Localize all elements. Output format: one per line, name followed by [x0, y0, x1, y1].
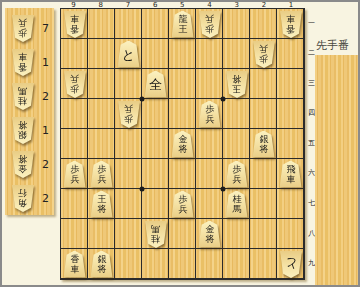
board-square-83[interactable] [88, 69, 115, 99]
sente-piece-金将-55[interactable]: 金将 [169, 129, 196, 159]
gote-hand-金将[interactable]: 金将2 [5, 147, 54, 181]
board-square-95[interactable] [61, 129, 88, 159]
star-point [140, 187, 145, 192]
sente-piece-王将-87[interactable]: 王将 [88, 189, 115, 219]
board-square-98[interactable] [61, 219, 88, 249]
board-square-26[interactable] [250, 159, 277, 189]
board-square-21[interactable] [250, 9, 277, 39]
board-square-45[interactable] [196, 129, 223, 159]
gote-piece-と-19[interactable]: と [277, 249, 304, 279]
board-square-28[interactable] [250, 219, 277, 249]
gote-captured-tray: 歩兵7香車1桂馬2銀将1金将2角行2 [5, 8, 54, 215]
board-square-59[interactable] [169, 249, 196, 279]
board-square-14[interactable] [277, 99, 304, 129]
board-square-53[interactable] [169, 69, 196, 99]
board-square-85[interactable] [88, 129, 115, 159]
board-square-46[interactable] [196, 159, 223, 189]
gote-hand-歩兵[interactable]: 歩兵7 [5, 11, 54, 45]
sente-captured-tray [315, 55, 358, 285]
board-square-64[interactable] [142, 99, 169, 129]
shogi-diagram: 987654321 歩兵7香車1桂馬2銀将1金将2角行2 香車龍王歩兵香車と歩兵… [0, 0, 360, 287]
board-square-12[interactable] [277, 39, 304, 69]
board-square-79[interactable] [115, 249, 142, 279]
board-square-76[interactable] [115, 159, 142, 189]
sente-piece-金将-48[interactable]: 金将 [196, 219, 223, 249]
board-square-69[interactable] [142, 249, 169, 279]
sente-piece-銀将-25[interactable]: 銀将 [250, 129, 277, 159]
board-square-42[interactable] [196, 39, 223, 69]
board-square-38[interactable] [223, 219, 250, 249]
gote-hand-count-角行: 2 [42, 192, 49, 205]
board-square-78[interactable] [115, 219, 142, 249]
board-square-97[interactable] [61, 189, 88, 219]
board-square-23[interactable] [250, 69, 277, 99]
sente-piece-全-63[interactable]: 全 [142, 69, 169, 99]
board-square-82[interactable] [88, 39, 115, 69]
board-square-49[interactable] [196, 249, 223, 279]
sente-piece-銀将-89[interactable]: 銀将 [88, 249, 115, 279]
board-square-88[interactable] [88, 219, 115, 249]
board-square-58[interactable] [169, 219, 196, 249]
board-square-29[interactable] [250, 249, 277, 279]
gote-piece-桂馬-68[interactable]: 桂馬 [142, 219, 169, 249]
gote-piece-歩兵-93[interactable]: 歩兵 [61, 69, 88, 99]
sente-piece-歩兵-44[interactable]: 歩兵 [196, 99, 223, 129]
board-square-43[interactable] [196, 69, 223, 99]
sente-piece-歩兵-36[interactable]: 歩兵 [223, 159, 250, 189]
board-square-31[interactable] [223, 9, 250, 39]
board-square-17[interactable] [277, 189, 304, 219]
gote-hand-count-歩兵: 7 [42, 22, 49, 35]
sente-piece-と-72[interactable]: と [115, 39, 142, 69]
gote-piece-香車-11[interactable]: 香車 [277, 9, 304, 39]
board-square-81[interactable] [88, 9, 115, 39]
sente-piece-飛車-16[interactable]: 飛車 [277, 159, 304, 189]
gote-hand-count-香車: 1 [42, 56, 49, 69]
shogi-board: 香車龍王歩兵香車と歩兵歩兵全玉将歩兵歩兵金将銀将歩兵歩兵歩兵飛車王将歩兵桂馬桂馬… [60, 8, 305, 280]
board-square-56[interactable] [169, 159, 196, 189]
board-square-92[interactable] [61, 39, 88, 69]
sente-piece-香車-99[interactable]: 香車 [61, 249, 88, 279]
board-square-61[interactable] [142, 9, 169, 39]
board-square-75[interactable] [115, 129, 142, 159]
gote-hand-香車[interactable]: 香車1 [5, 45, 54, 79]
gote-piece-香車-91[interactable]: 香車 [61, 9, 88, 39]
board-square-35[interactable] [223, 129, 250, 159]
turn-indicator: 先手番 [316, 38, 360, 53]
sente-piece-歩兵-96[interactable]: 歩兵 [61, 159, 88, 189]
gote-hand-count-桂馬: 2 [42, 90, 49, 103]
board-square-39[interactable] [223, 249, 250, 279]
board-square-13[interactable] [277, 69, 304, 99]
board-square-32[interactable] [223, 39, 250, 69]
gote-piece-玉将-33[interactable]: 玉将 [223, 69, 250, 99]
gote-piece-歩兵-41[interactable]: 歩兵 [196, 9, 223, 39]
board-square-62[interactable] [142, 39, 169, 69]
board-square-66[interactable] [142, 159, 169, 189]
rank-label-1: 一 [307, 8, 316, 38]
board-square-65[interactable] [142, 129, 169, 159]
gote-hand-銀将[interactable]: 銀将1 [5, 113, 54, 147]
gote-hand-角行[interactable]: 角行2 [5, 181, 54, 215]
board-square-73[interactable] [115, 69, 142, 99]
board-square-18[interactable] [277, 219, 304, 249]
gote-hand-桂馬[interactable]: 桂馬2 [5, 79, 54, 113]
sente-piece-龍王-51[interactable]: 龍王 [169, 9, 196, 39]
board-square-71[interactable] [115, 9, 142, 39]
board-square-34[interactable] [223, 99, 250, 129]
gote-piece-歩兵-74[interactable]: 歩兵 [115, 99, 142, 129]
board-square-52[interactable] [169, 39, 196, 69]
board-square-67[interactable] [142, 189, 169, 219]
sente-piece-歩兵-57[interactable]: 歩兵 [169, 189, 196, 219]
sente-piece-桂馬-37[interactable]: 桂馬 [223, 189, 250, 219]
gote-piece-歩兵-22[interactable]: 歩兵 [250, 39, 277, 69]
gote-hand-count-銀将: 1 [42, 124, 49, 137]
board-square-27[interactable] [250, 189, 277, 219]
board-square-24[interactable] [250, 99, 277, 129]
board-square-47[interactable] [196, 189, 223, 219]
board-square-15[interactable] [277, 129, 304, 159]
board-square-77[interactable] [115, 189, 142, 219]
board-square-54[interactable] [169, 99, 196, 129]
board-square-84[interactable] [88, 99, 115, 129]
board-square-94[interactable] [61, 99, 88, 129]
sente-piece-歩兵-86[interactable]: 歩兵 [88, 159, 115, 189]
gote-hand-count-金将: 2 [42, 158, 49, 171]
